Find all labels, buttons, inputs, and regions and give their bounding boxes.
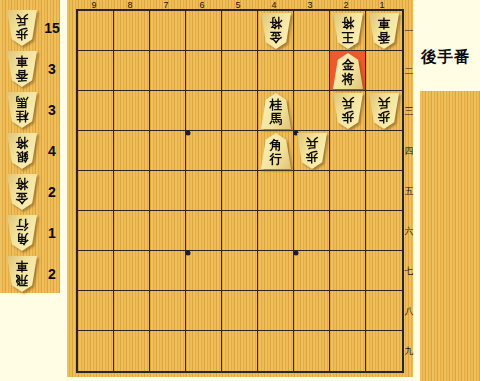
square-9三[interactable] <box>78 91 114 131</box>
piece-kanji: 香車 <box>377 17 391 49</box>
file-label: 7 <box>148 0 184 9</box>
square-1六[interactable] <box>366 211 402 251</box>
file-label: 9 <box>76 0 112 9</box>
square-8七[interactable] <box>114 251 150 291</box>
piece-kanji: 銀将 <box>15 137 29 169</box>
file-label: 2 <box>328 0 364 9</box>
square-8九[interactable] <box>114 331 150 371</box>
gote-piece-body: 金将 <box>261 13 291 49</box>
file-labels: 987654321 <box>76 0 400 9</box>
piece-kanji: 金将 <box>341 53 355 85</box>
hand-count: 3 <box>44 102 60 118</box>
square-3六[interactable] <box>294 211 330 251</box>
square-5六[interactable] <box>222 211 258 251</box>
star-point <box>186 131 191 136</box>
rank-label: 四 <box>404 131 414 171</box>
hand-piece-金将[interactable]: 金将 <box>7 174 37 210</box>
square-3九[interactable] <box>294 331 330 371</box>
square-4二[interactable] <box>258 51 294 91</box>
piece-kanji: 香車 <box>15 55 29 87</box>
hand-row-歩兵: 歩兵15 <box>0 7 60 48</box>
square-6九[interactable] <box>186 331 222 371</box>
square-9五[interactable] <box>78 171 114 211</box>
hand-row-桂馬: 桂馬3 <box>0 89 60 130</box>
gote-piece-body: 桂馬 <box>7 92 37 128</box>
square-1二[interactable] <box>366 51 402 91</box>
piece-kanji: 歩兵 <box>341 97 355 129</box>
square-6七[interactable] <box>186 251 222 291</box>
hand-count: 3 <box>44 61 60 77</box>
square-7七[interactable] <box>150 251 186 291</box>
gote-piece-body: 歩兵 <box>369 93 399 129</box>
square-2四[interactable] <box>330 131 366 171</box>
square-5八[interactable] <box>222 291 258 331</box>
gote-piece-body: 歩兵 <box>297 133 327 169</box>
file-label: 3 <box>292 0 328 9</box>
hand-piece-桂馬[interactable]: 桂馬 <box>7 92 37 128</box>
gote-piece-body: 金将 <box>7 174 37 210</box>
hand-row-金将: 金将2 <box>0 171 60 212</box>
square-1七[interactable] <box>366 251 402 291</box>
square-8五[interactable] <box>114 171 150 211</box>
piece-kanji: 金将 <box>15 178 29 210</box>
piece-桂馬-4三[interactable]: 桂馬 <box>261 93 291 129</box>
square-1五[interactable] <box>366 171 402 211</box>
rank-label: 八 <box>404 291 414 331</box>
square-1九[interactable] <box>366 331 402 371</box>
square-6三[interactable] <box>186 91 222 131</box>
square-2七[interactable] <box>330 251 366 291</box>
square-8一[interactable] <box>114 11 150 51</box>
square-7五[interactable] <box>150 171 186 211</box>
hand-piece-香車[interactable]: 香車 <box>7 51 37 87</box>
square-7二[interactable] <box>150 51 186 91</box>
gote-hand-tray: 歩兵15香車3桂馬3銀将4金将2角行1飛車2 <box>0 0 60 293</box>
piece-kanji: 歩兵 <box>305 137 319 169</box>
piece-金将-2二[interactable]: 金将 <box>333 53 363 89</box>
star-point <box>294 251 299 256</box>
square-7六[interactable] <box>150 211 186 251</box>
hand-row-銀将: 銀将4 <box>0 130 60 171</box>
piece-歩兵-1三[interactable]: 歩兵 <box>369 93 399 129</box>
gote-piece-body: 香車 <box>369 13 399 49</box>
turn-indicator: 後手番 <box>421 47 471 68</box>
square-8六[interactable] <box>114 211 150 251</box>
square-2八[interactable] <box>330 291 366 331</box>
gote-piece-body: 王将 <box>333 13 363 49</box>
square-9二[interactable] <box>78 51 114 91</box>
hand-piece-歩兵[interactable]: 歩兵 <box>7 10 37 46</box>
square-4八[interactable] <box>258 291 294 331</box>
piece-kanji: 飛車 <box>15 260 29 292</box>
piece-kanji: 桂馬 <box>15 96 29 128</box>
sente-hand-tray <box>420 91 480 381</box>
square-5五[interactable] <box>222 171 258 211</box>
square-5一[interactable] <box>222 11 258 51</box>
square-7九[interactable] <box>150 331 186 371</box>
sente-piece-body: 金将 <box>333 53 363 89</box>
square-6八[interactable] <box>186 291 222 331</box>
square-9六[interactable] <box>78 211 114 251</box>
piece-歩兵-3四[interactable]: 歩兵 <box>297 133 327 169</box>
square-7八[interactable] <box>150 291 186 331</box>
hand-count: 2 <box>44 184 60 200</box>
gote-piece-body: 歩兵 <box>7 10 37 46</box>
sente-piece-body: 桂馬 <box>261 93 291 129</box>
hand-piece-銀将[interactable]: 銀将 <box>7 133 37 169</box>
gote-piece-body: 香車 <box>7 51 37 87</box>
piece-kanji: 歩兵 <box>377 97 391 129</box>
square-5九[interactable] <box>222 331 258 371</box>
file-label: 5 <box>220 0 256 9</box>
square-4六[interactable] <box>258 211 294 251</box>
square-3二[interactable] <box>294 51 330 91</box>
gote-piece-body: 飛車 <box>7 256 37 292</box>
square-3八[interactable] <box>294 291 330 331</box>
square-7一[interactable] <box>150 11 186 51</box>
rank-label: 三 <box>404 91 414 131</box>
square-7四[interactable] <box>150 131 186 171</box>
rank-label: 五 <box>404 171 414 211</box>
square-2六[interactable] <box>330 211 366 251</box>
rank-label: 九 <box>404 331 414 371</box>
square-9八[interactable] <box>78 291 114 331</box>
square-5二[interactable] <box>222 51 258 91</box>
piece-香車-1一[interactable]: 香車 <box>369 13 399 49</box>
square-8八[interactable] <box>114 291 150 331</box>
square-3一[interactable] <box>294 11 330 51</box>
rank-label: 一 <box>404 11 414 51</box>
square-3三[interactable] <box>294 91 330 131</box>
square-8四[interactable] <box>114 131 150 171</box>
hand-piece-飛車[interactable]: 飛車 <box>7 256 37 292</box>
square-9一[interactable] <box>78 11 114 51</box>
piece-金将-4一[interactable]: 金将 <box>261 13 291 49</box>
hand-piece-角行[interactable]: 角行 <box>7 215 37 251</box>
hand-row-香車: 香車3 <box>0 48 60 89</box>
piece-kanji: 角行 <box>15 219 29 251</box>
square-4九[interactable] <box>258 331 294 371</box>
hand-count: 2 <box>44 266 60 282</box>
square-1四[interactable] <box>366 131 402 171</box>
hand-count: 15 <box>44 20 60 36</box>
hand-count: 4 <box>44 143 60 159</box>
rank-label: 六 <box>404 211 414 251</box>
square-6六[interactable] <box>186 211 222 251</box>
file-label: 1 <box>364 0 400 9</box>
rank-labels: 一二三四五六七八九 <box>404 11 414 371</box>
piece-kanji: 金将 <box>269 17 283 49</box>
square-3五[interactable] <box>294 171 330 211</box>
square-1八[interactable] <box>366 291 402 331</box>
gote-piece-body: 銀将 <box>7 133 37 169</box>
square-8三[interactable] <box>114 91 150 131</box>
piece-kanji: 角行 <box>269 133 283 165</box>
piece-歩兵-2三[interactable]: 歩兵 <box>333 93 363 129</box>
file-label: 8 <box>112 0 148 9</box>
square-6四[interactable] <box>186 131 222 171</box>
file-label: 6 <box>184 0 220 9</box>
square-6五[interactable] <box>186 171 222 211</box>
gote-piece-body: 角行 <box>7 215 37 251</box>
square-8二[interactable] <box>114 51 150 91</box>
rank-label: 二 <box>404 51 414 91</box>
hand-row-飛車: 飛車2 <box>0 253 60 294</box>
square-2五[interactable] <box>330 171 366 211</box>
square-5三[interactable] <box>222 91 258 131</box>
gote-piece-body: 歩兵 <box>333 93 363 129</box>
square-9七[interactable] <box>78 251 114 291</box>
square-4七[interactable] <box>258 251 294 291</box>
square-6一[interactable] <box>186 11 222 51</box>
square-9九[interactable] <box>78 331 114 371</box>
piece-kanji: 歩兵 <box>15 14 29 46</box>
square-5七[interactable] <box>222 251 258 291</box>
star-point <box>186 251 191 256</box>
hand-count: 1 <box>44 225 60 241</box>
rank-label: 七 <box>404 251 414 291</box>
square-5四[interactable] <box>222 131 258 171</box>
piece-王将-2一[interactable]: 王将 <box>333 13 363 49</box>
piece-角行-4四[interactable]: 角行 <box>261 133 291 169</box>
piece-kanji: 桂馬 <box>269 93 283 125</box>
square-4五[interactable] <box>258 171 294 211</box>
sente-piece-body: 角行 <box>261 133 291 169</box>
piece-kanji: 王将 <box>341 17 355 49</box>
square-6二[interactable] <box>186 51 222 91</box>
square-7三[interactable] <box>150 91 186 131</box>
square-2九[interactable] <box>330 331 366 371</box>
square-9四[interactable] <box>78 131 114 171</box>
square-3七[interactable] <box>294 251 330 291</box>
hand-row-角行: 角行1 <box>0 212 60 253</box>
file-label: 4 <box>256 0 292 9</box>
